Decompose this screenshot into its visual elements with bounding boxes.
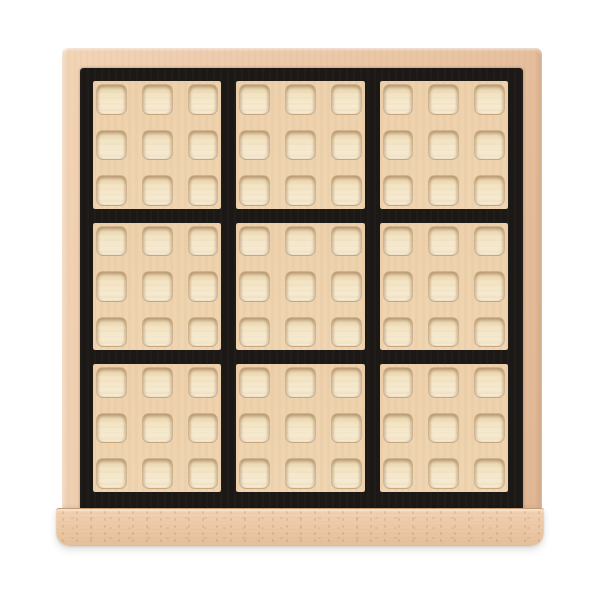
block-r2c3: [380, 223, 508, 351]
cell-r8c2[interactable]: [142, 413, 173, 444]
cell-r2c3[interactable]: [188, 130, 219, 161]
cell-r6c1[interactable]: [96, 317, 127, 348]
cell-r7c9[interactable]: [474, 367, 505, 398]
cell-r8c5[interactable]: [285, 413, 316, 444]
cell-r3c4[interactable]: [239, 175, 270, 206]
cell-r3c2[interactable]: [142, 175, 173, 206]
cell-r7c5[interactable]: [285, 367, 316, 398]
block-r2c1: [93, 223, 221, 351]
cell-r4c3[interactable]: [188, 226, 219, 257]
cell-r2c2[interactable]: [142, 130, 173, 161]
cell-r5c1[interactable]: [96, 271, 127, 302]
block-r3c1: [93, 364, 221, 492]
cell-r8c1[interactable]: [96, 413, 127, 444]
cell-r2c1[interactable]: [96, 130, 127, 161]
cell-r4c4[interactable]: [239, 226, 270, 257]
cell-r6c2[interactable]: [142, 317, 173, 348]
sudoku-grid: [80, 68, 523, 508]
cell-r4c8[interactable]: [428, 226, 459, 257]
cell-r5c3[interactable]: [188, 271, 219, 302]
sudoku-board-frame: [62, 48, 542, 508]
cell-r4c6[interactable]: [331, 226, 362, 257]
cell-r8c7[interactable]: [383, 413, 414, 444]
cell-r9c7[interactable]: [383, 458, 414, 489]
cell-r7c2[interactable]: [142, 367, 173, 398]
cell-r4c9[interactable]: [474, 226, 505, 257]
board-base-rail: [56, 508, 544, 546]
block-r1c1: [93, 81, 221, 209]
cell-r6c3[interactable]: [188, 317, 219, 348]
cell-r9c1[interactable]: [96, 458, 127, 489]
cell-r2c9[interactable]: [474, 130, 505, 161]
cell-r2c8[interactable]: [428, 130, 459, 161]
cell-r7c6[interactable]: [331, 367, 362, 398]
cell-r3c1[interactable]: [96, 175, 127, 206]
cell-r5c2[interactable]: [142, 271, 173, 302]
cell-r9c6[interactable]: [331, 458, 362, 489]
cell-r1c4[interactable]: [239, 84, 270, 115]
cell-r1c3[interactable]: [188, 84, 219, 115]
cell-r9c3[interactable]: [188, 458, 219, 489]
cell-r3c3[interactable]: [188, 175, 219, 206]
cell-r5c8[interactable]: [428, 271, 459, 302]
cell-r1c1[interactable]: [96, 84, 127, 115]
cell-r2c5[interactable]: [285, 130, 316, 161]
cell-r9c2[interactable]: [142, 458, 173, 489]
block-r1c3: [380, 81, 508, 209]
cell-r1c6[interactable]: [331, 84, 362, 115]
cell-r2c6[interactable]: [331, 130, 362, 161]
cell-r3c6[interactable]: [331, 175, 362, 206]
cell-r8c3[interactable]: [188, 413, 219, 444]
block-r1c2: [236, 81, 364, 209]
cell-r6c5[interactable]: [285, 317, 316, 348]
cell-r4c5[interactable]: [285, 226, 316, 257]
cell-r7c8[interactable]: [428, 367, 459, 398]
cell-r1c7[interactable]: [383, 84, 414, 115]
product-photo: [0, 0, 600, 600]
cell-r9c5[interactable]: [285, 458, 316, 489]
cell-r1c2[interactable]: [142, 84, 173, 115]
cell-r7c3[interactable]: [188, 367, 219, 398]
cell-r6c4[interactable]: [239, 317, 270, 348]
cell-r5c7[interactable]: [383, 271, 414, 302]
cell-r1c9[interactable]: [474, 84, 505, 115]
cell-r2c4[interactable]: [239, 130, 270, 161]
cell-r4c2[interactable]: [142, 226, 173, 257]
cell-r1c8[interactable]: [428, 84, 459, 115]
block-r2c2: [236, 223, 364, 351]
cell-r3c9[interactable]: [474, 175, 505, 206]
cell-r6c9[interactable]: [474, 317, 505, 348]
cell-r3c5[interactable]: [285, 175, 316, 206]
cell-r6c7[interactable]: [383, 317, 414, 348]
cell-r7c4[interactable]: [239, 367, 270, 398]
cell-r7c7[interactable]: [383, 367, 414, 398]
cell-r9c4[interactable]: [239, 458, 270, 489]
cell-r5c9[interactable]: [474, 271, 505, 302]
cell-r5c5[interactable]: [285, 271, 316, 302]
cell-r8c9[interactable]: [474, 413, 505, 444]
cell-r3c7[interactable]: [383, 175, 414, 206]
cell-r3c8[interactable]: [428, 175, 459, 206]
cell-r8c4[interactable]: [239, 413, 270, 444]
block-r3c3: [380, 364, 508, 492]
cell-r5c6[interactable]: [331, 271, 362, 302]
cell-r5c4[interactable]: [239, 271, 270, 302]
cell-r8c6[interactable]: [331, 413, 362, 444]
cell-r7c1[interactable]: [96, 367, 127, 398]
cell-r9c8[interactable]: [428, 458, 459, 489]
cell-r6c6[interactable]: [331, 317, 362, 348]
cell-r1c5[interactable]: [285, 84, 316, 115]
cell-r8c8[interactable]: [428, 413, 459, 444]
block-r3c2: [236, 364, 364, 492]
cell-r6c8[interactable]: [428, 317, 459, 348]
cell-r9c9[interactable]: [474, 458, 505, 489]
cell-r4c1[interactable]: [96, 226, 127, 257]
cell-r2c7[interactable]: [383, 130, 414, 161]
cell-r4c7[interactable]: [383, 226, 414, 257]
